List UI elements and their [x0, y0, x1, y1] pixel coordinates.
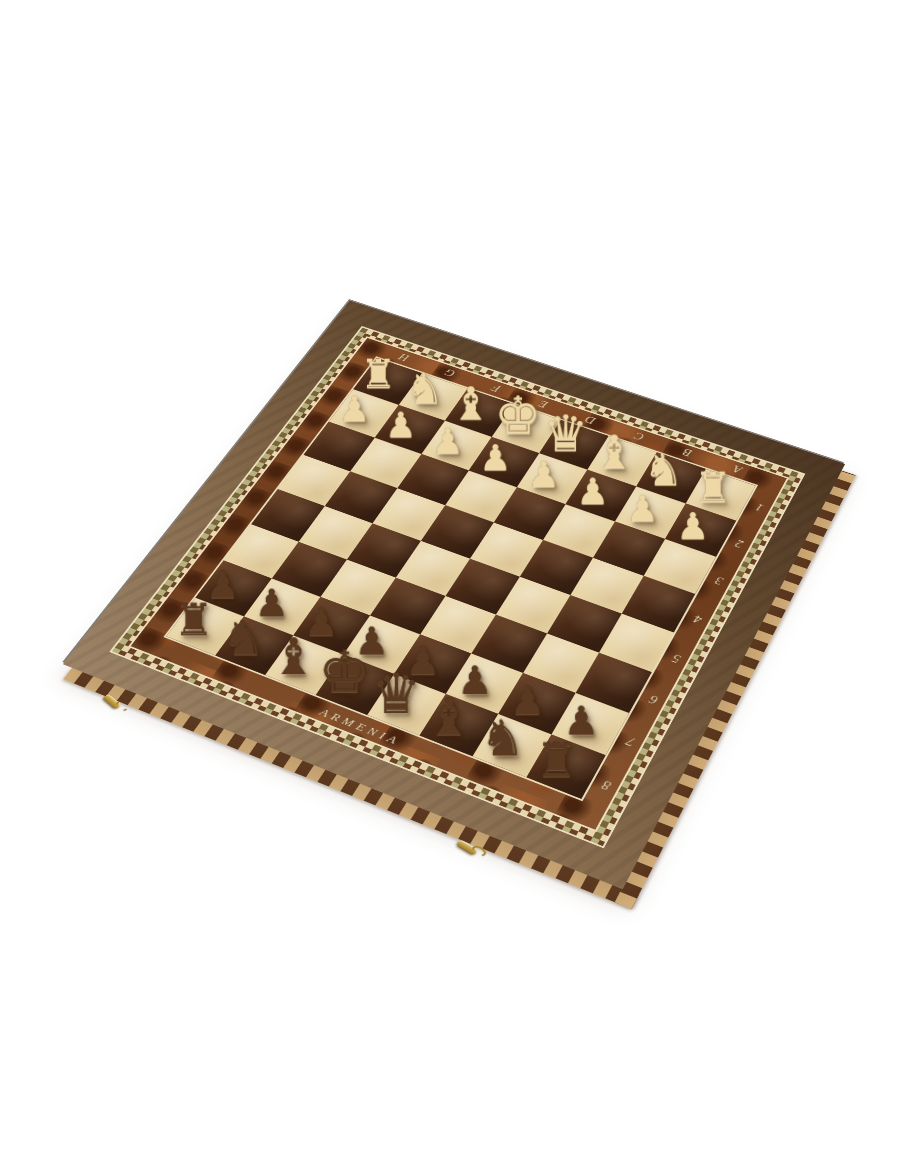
white-pawn: ♟ — [431, 424, 463, 460]
white-knight: ♞ — [405, 367, 444, 410]
white-pawn: ♟ — [479, 440, 511, 476]
white-queen: ♛ — [543, 408, 588, 458]
board-top-face: HGFEDCBA 12345678 ARMENIA ♜♞♝♚♛♝♞♜♟♟♟♟♟♟… — [63, 301, 845, 890]
white-pawn: ♟ — [384, 408, 416, 443]
white-pawn: ♟ — [576, 473, 609, 509]
white-bishop: ♝ — [450, 380, 491, 425]
black-bishop: ♝ — [270, 631, 315, 681]
white-pawn: ♟ — [527, 457, 559, 493]
black-queen: ♛ — [371, 666, 421, 722]
white-king: ♚ — [494, 390, 541, 442]
black-king: ♚ — [318, 643, 370, 701]
white-rook: ♜ — [694, 467, 732, 509]
white-pawn: ♟ — [625, 491, 658, 528]
black-rook: ♜ — [535, 737, 577, 784]
white-pawn: ♟ — [676, 508, 709, 545]
white-pawn: ♟ — [338, 392, 369, 427]
black-knight: ♞ — [479, 713, 524, 763]
black-knight: ♞ — [221, 614, 264, 662]
product-photo-stage: HGFEDCBA 12345678 ARMENIA ♜♞♝♚♛♝♞♜♟♟♟♟♟♟… — [0, 0, 900, 1174]
folding-chess-board: HGFEDCBA 12345678 ARMENIA ♜♞♝♚♛♝♞♜♟♟♟♟♟♟… — [63, 301, 845, 890]
white-bishop: ♝ — [593, 429, 635, 475]
playing-field: ♜♞♝♚♛♝♞♜♟♟♟♟♟♟♟♟♟♟♟♟♟♟♟♟♜♞♝♚♛♝♞♜ — [163, 356, 758, 801]
black-bishop: ♝ — [425, 690, 471, 742]
black-rook: ♜ — [173, 598, 213, 643]
white-knight: ♞ — [643, 447, 683, 492]
